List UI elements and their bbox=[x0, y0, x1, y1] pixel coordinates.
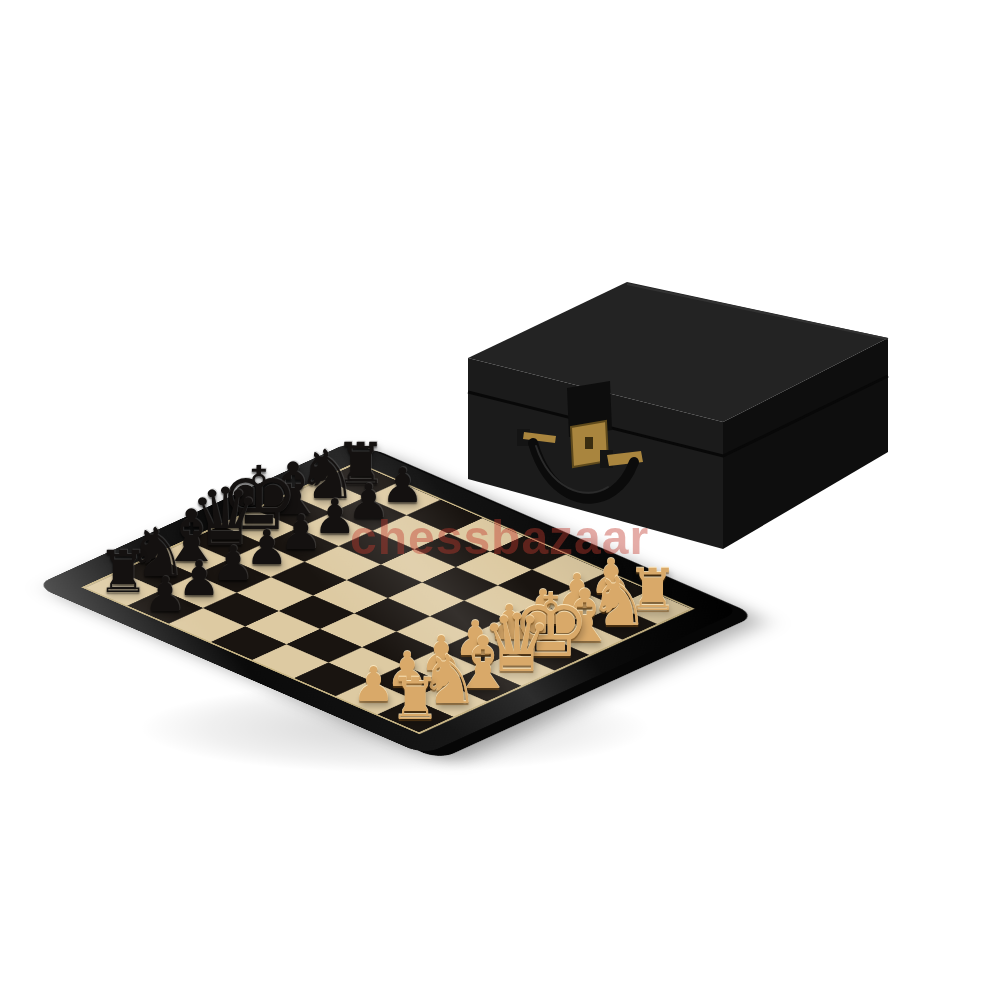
box-lid-seam bbox=[468, 376, 888, 456]
box-right-panel bbox=[723, 338, 888, 549]
box-fitting-left-mount bbox=[517, 429, 530, 446]
box-lid-top bbox=[468, 282, 888, 422]
product-photo-stage: ♜♞♝♛♚♝♞♜♟♟♟♟♟♟♟♟♟♟♟♟♟♟♟♟♜♞♝♛♚♝♞♜ chessba… bbox=[0, 0, 1000, 1000]
box-brass-fitting-right bbox=[607, 451, 643, 466]
box-latch-strap bbox=[567, 381, 612, 437]
box-handle-highlight bbox=[536, 446, 608, 493]
box-lid-edge-highlight bbox=[627, 284, 888, 339]
box-fitting-right-mount bbox=[600, 450, 613, 468]
pieces-layer: ♜♞♝♛♚♝♞♜♟♟♟♟♟♟♟♟♟♟♟♟♟♟♟♟♜♞♝♛♚♝♞♜ bbox=[0, 0, 1000, 1000]
box-brass-latch-plate bbox=[571, 421, 608, 467]
box-leather-handle bbox=[533, 443, 634, 499]
box-brass-fitting-left bbox=[523, 432, 556, 443]
storage-box bbox=[0, 0, 1000, 1000]
box-latch-keyhole bbox=[585, 437, 593, 449]
